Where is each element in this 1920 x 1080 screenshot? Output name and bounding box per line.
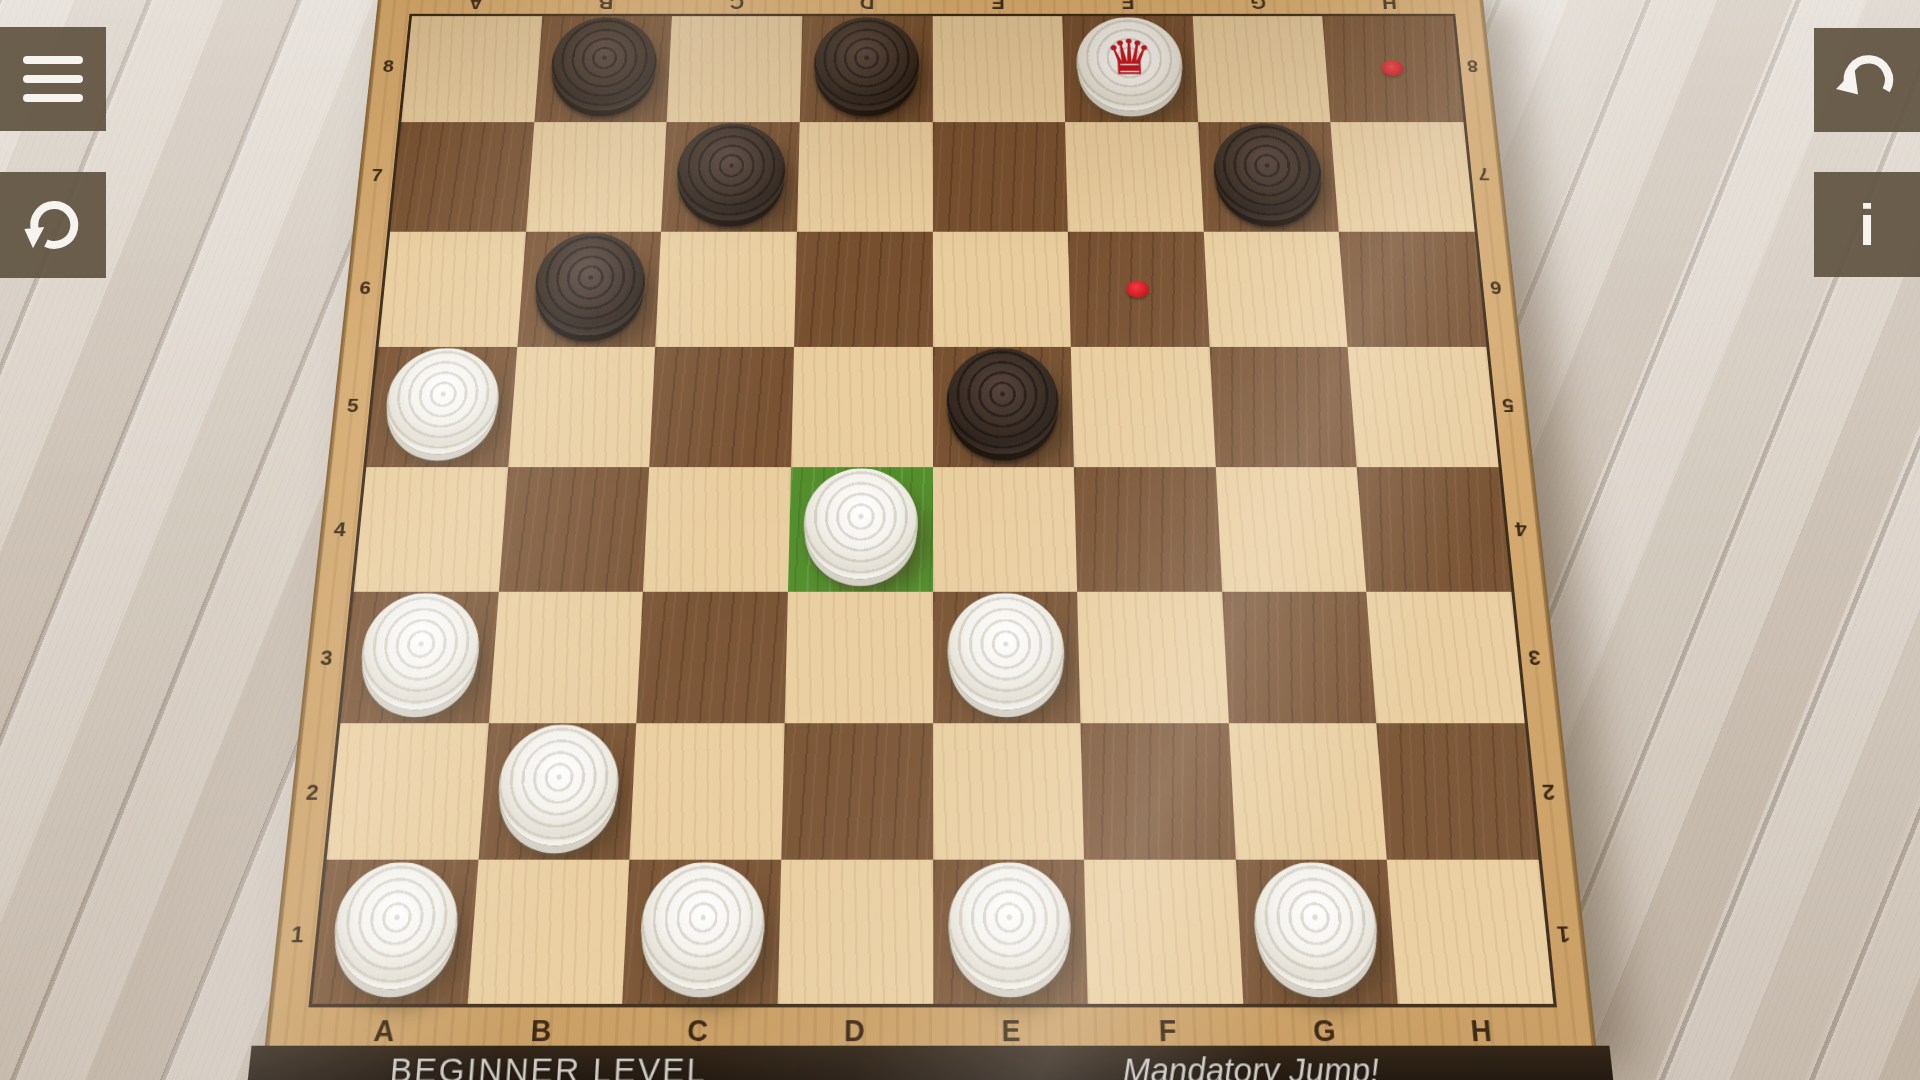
square-B1[interactable] xyxy=(467,860,629,1004)
square-A6[interactable] xyxy=(379,232,526,347)
square-C4[interactable] xyxy=(643,467,791,592)
square-D2[interactable] xyxy=(781,723,933,860)
file-label-top-H: H xyxy=(1323,0,1455,14)
square-G5[interactable] xyxy=(1209,347,1357,467)
board-grid: ♛ xyxy=(308,14,1557,1008)
square-F1[interactable] xyxy=(1084,860,1243,1004)
square-B7[interactable] xyxy=(526,122,667,232)
square-G1[interactable] xyxy=(1236,860,1399,1004)
square-A4[interactable] xyxy=(354,467,508,592)
file-label-top-B: B xyxy=(540,0,672,14)
restart-button[interactable] xyxy=(0,172,106,278)
square-A7[interactable] xyxy=(390,122,534,232)
square-G7[interactable] xyxy=(1198,122,1339,232)
file-label-top-D: D xyxy=(802,0,933,14)
king-crown-icon: ♛ xyxy=(1075,11,1184,104)
square-B2[interactable] xyxy=(478,723,636,860)
square-G6[interactable] xyxy=(1204,232,1348,347)
square-D6[interactable] xyxy=(794,232,932,347)
square-C6[interactable] xyxy=(655,232,796,347)
square-E3[interactable] xyxy=(933,592,1081,723)
square-B6[interactable] xyxy=(517,232,661,347)
square-G2[interactable] xyxy=(1229,723,1388,860)
black-piece[interactable] xyxy=(946,348,1059,454)
white-king-piece[interactable]: ♛ xyxy=(1075,17,1184,111)
square-C1[interactable] xyxy=(622,860,781,1004)
square-F2[interactable] xyxy=(1081,723,1236,860)
square-H5[interactable] xyxy=(1348,347,1499,467)
square-F3[interactable] xyxy=(1077,592,1228,723)
square-E8[interactable] xyxy=(932,16,1065,122)
square-G8[interactable] xyxy=(1193,16,1331,122)
file-label-top-A: A xyxy=(409,0,541,14)
square-G4[interactable] xyxy=(1216,467,1367,592)
file-label-top-G: G xyxy=(1193,0,1325,14)
square-F8[interactable]: ♛ xyxy=(1062,16,1197,122)
white-piece[interactable] xyxy=(639,862,766,989)
square-E5[interactable] xyxy=(932,347,1074,467)
square-A5[interactable] xyxy=(366,347,517,467)
black-piece[interactable] xyxy=(532,233,648,335)
square-B5[interactable] xyxy=(508,347,656,467)
mandatory-jump-text: Mandatory Jump! xyxy=(1122,1050,1381,1080)
square-H2[interactable] xyxy=(1377,723,1539,860)
white-piece[interactable] xyxy=(382,348,503,454)
white-piece[interactable] xyxy=(803,468,919,579)
square-D5[interactable] xyxy=(791,347,933,467)
square-H7[interactable] xyxy=(1331,122,1475,232)
square-E4[interactable] xyxy=(932,467,1077,592)
square-C2[interactable] xyxy=(630,723,785,860)
black-piece[interactable] xyxy=(1211,123,1324,221)
square-E1[interactable] xyxy=(933,860,1088,1004)
square-C7[interactable] xyxy=(661,122,799,232)
info-button[interactable]: i xyxy=(1814,172,1920,277)
square-A1[interactable] xyxy=(312,860,478,1004)
square-H3[interactable] xyxy=(1367,592,1525,723)
white-piece[interactable] xyxy=(948,862,1072,989)
file-label-top-E: E xyxy=(932,0,1063,14)
white-piece[interactable] xyxy=(329,862,463,989)
square-E7[interactable] xyxy=(932,122,1068,232)
square-G3[interactable] xyxy=(1222,592,1377,723)
white-piece[interactable] xyxy=(494,725,621,847)
square-B4[interactable] xyxy=(498,467,649,592)
square-H6[interactable] xyxy=(1339,232,1486,347)
board-frame: ABCDEFGH ABCDEFGH 87654321 87654321 ♛ xyxy=(264,0,1597,1052)
file-labels-top: ABCDEFGH xyxy=(409,0,1455,14)
hamburger-icon xyxy=(23,56,83,102)
square-F4[interactable] xyxy=(1074,467,1222,592)
square-A8[interactable] xyxy=(401,16,542,122)
move-hint-dot[interactable] xyxy=(1381,61,1404,77)
square-C3[interactable] xyxy=(637,592,788,723)
square-F6[interactable] xyxy=(1068,232,1209,347)
square-D4[interactable] xyxy=(788,467,933,592)
square-B8[interactable] xyxy=(534,16,672,122)
square-H1[interactable] xyxy=(1387,860,1553,1004)
white-piece[interactable] xyxy=(357,593,484,709)
square-C8[interactable] xyxy=(667,16,802,122)
square-C5[interactable] xyxy=(649,347,794,467)
square-E2[interactable] xyxy=(933,723,1085,860)
checkers-board: ABCDEFGH ABCDEFGH 87654321 87654321 ♛ BE… xyxy=(264,0,1597,1052)
move-hint-dot[interactable] xyxy=(1127,280,1150,297)
square-A2[interactable] xyxy=(327,723,489,860)
black-piece[interactable] xyxy=(548,17,659,111)
info-icon: i xyxy=(1859,196,1875,254)
square-F5[interactable] xyxy=(1071,347,1216,467)
square-D1[interactable] xyxy=(778,860,933,1004)
restart-icon xyxy=(21,193,85,257)
black-piece[interactable] xyxy=(675,123,786,221)
square-E6[interactable] xyxy=(932,232,1071,347)
white-piece[interactable] xyxy=(1251,862,1382,989)
undo-button[interactable] xyxy=(1814,28,1920,132)
square-F7[interactable] xyxy=(1065,122,1203,232)
square-D8[interactable] xyxy=(800,16,933,122)
square-B3[interactable] xyxy=(488,592,643,723)
level-status-text: BEGINNER LEVEL xyxy=(388,1050,708,1080)
black-piece[interactable] xyxy=(813,17,919,111)
file-label-top-C: C xyxy=(671,0,802,14)
square-D7[interactable] xyxy=(797,122,933,232)
square-H8[interactable] xyxy=(1323,16,1464,122)
square-H4[interactable] xyxy=(1357,467,1511,592)
undo-icon xyxy=(1834,47,1900,113)
white-piece[interactable] xyxy=(947,593,1065,709)
board-front-face: BEGINNER LEVEL Mandatory Jump! xyxy=(236,1046,1626,1080)
menu-button[interactable] xyxy=(0,27,106,131)
square-D3[interactable] xyxy=(785,592,933,723)
square-A3[interactable] xyxy=(340,592,498,723)
